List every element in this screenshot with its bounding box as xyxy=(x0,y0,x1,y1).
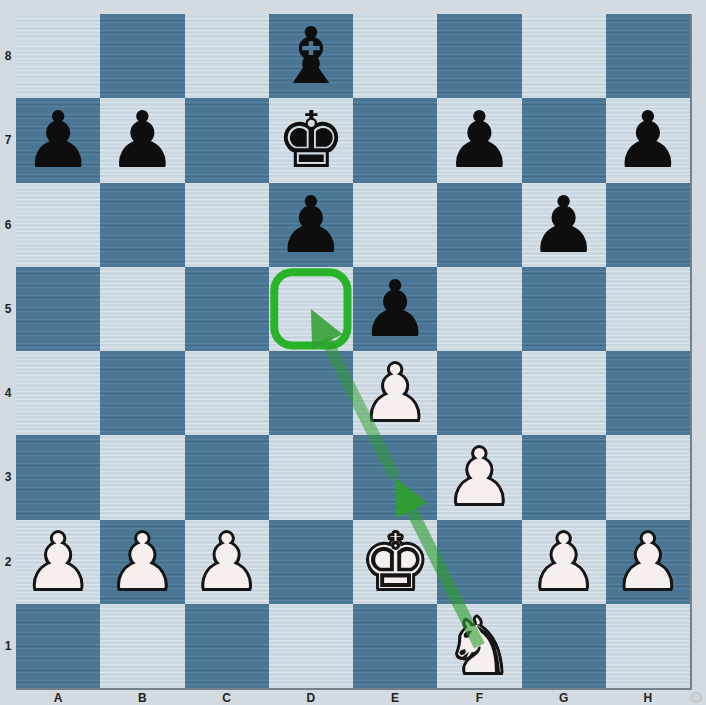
black-pawn-d6[interactable]: ♟ xyxy=(269,183,353,267)
square-g5[interactable] xyxy=(522,267,606,351)
square-f3[interactable]: ♟ xyxy=(437,435,521,519)
square-a5[interactable] xyxy=(16,267,100,351)
square-d6[interactable]: ♟ xyxy=(269,183,353,267)
square-f6[interactable] xyxy=(437,183,521,267)
rank-label-7: 7 xyxy=(0,98,16,182)
chess-board[interactable]: ♝♟♟♚♟♟♟♟♟♟♟♟♟♟♚♟♟♞ xyxy=(16,14,692,690)
square-a8[interactable] xyxy=(16,14,100,98)
square-e8[interactable] xyxy=(353,14,437,98)
square-c6[interactable] xyxy=(185,183,269,267)
file-label-d: D xyxy=(269,690,353,705)
white-pawn-b2[interactable]: ♟ xyxy=(100,520,184,604)
square-c1[interactable] xyxy=(185,604,269,688)
square-g8[interactable] xyxy=(522,14,606,98)
square-g4[interactable] xyxy=(522,351,606,435)
resize-handle-icon[interactable] xyxy=(691,692,702,703)
rank-label-4: 4 xyxy=(0,351,16,435)
square-h6[interactable] xyxy=(606,183,690,267)
black-pawn-g6[interactable]: ♟ xyxy=(522,183,606,267)
square-e1[interactable] xyxy=(353,604,437,688)
rank-label-3: 3 xyxy=(0,435,16,519)
white-pawn-a2[interactable]: ♟ xyxy=(16,520,100,604)
square-h5[interactable] xyxy=(606,267,690,351)
square-d1[interactable] xyxy=(269,604,353,688)
black-pawn-b7[interactable]: ♟ xyxy=(100,98,184,182)
square-d4[interactable] xyxy=(269,351,353,435)
file-label-g: G xyxy=(522,690,606,705)
white-pawn-e4[interactable]: ♟ xyxy=(353,351,437,435)
white-pawn-h2[interactable]: ♟ xyxy=(606,520,690,604)
black-bishop-d8[interactable]: ♝ xyxy=(269,14,353,98)
rank-label-8: 8 xyxy=(0,14,16,98)
square-b5[interactable] xyxy=(100,267,184,351)
black-pawn-f7[interactable]: ♟ xyxy=(437,98,521,182)
square-d8[interactable]: ♝ xyxy=(269,14,353,98)
square-b3[interactable] xyxy=(100,435,184,519)
board-frame: ♝♟♟♚♟♟♟♟♟♟♟♟♟♟♚♟♟♞ 12345678 ABCDEFGH xyxy=(0,0,706,705)
square-f4[interactable] xyxy=(437,351,521,435)
black-pawn-a7[interactable]: ♟ xyxy=(16,98,100,182)
square-e4[interactable]: ♟ xyxy=(353,351,437,435)
square-e6[interactable] xyxy=(353,183,437,267)
square-a1[interactable] xyxy=(16,604,100,688)
square-e7[interactable] xyxy=(353,98,437,182)
square-f5[interactable] xyxy=(437,267,521,351)
black-pawn-e5[interactable]: ♟ xyxy=(353,267,437,351)
square-b6[interactable] xyxy=(100,183,184,267)
square-c4[interactable] xyxy=(185,351,269,435)
square-d7[interactable]: ♚ xyxy=(269,98,353,182)
file-label-b: B xyxy=(100,690,184,705)
square-d2[interactable] xyxy=(269,520,353,604)
file-label-a: A xyxy=(16,690,100,705)
square-d5[interactable] xyxy=(269,267,353,351)
square-f7[interactable]: ♟ xyxy=(437,98,521,182)
square-c3[interactable] xyxy=(185,435,269,519)
square-h2[interactable]: ♟ xyxy=(606,520,690,604)
square-g6[interactable]: ♟ xyxy=(522,183,606,267)
square-h7[interactable]: ♟ xyxy=(606,98,690,182)
file-label-f: F xyxy=(437,690,521,705)
white-king-e2[interactable]: ♚ xyxy=(353,520,437,604)
square-g3[interactable] xyxy=(522,435,606,519)
square-f8[interactable] xyxy=(437,14,521,98)
square-c5[interactable] xyxy=(185,267,269,351)
square-a3[interactable] xyxy=(16,435,100,519)
square-f1[interactable]: ♞ xyxy=(437,604,521,688)
square-h1[interactable] xyxy=(606,604,690,688)
black-king-d7[interactable]: ♚ xyxy=(269,98,353,182)
square-a6[interactable] xyxy=(16,183,100,267)
square-b8[interactable] xyxy=(100,14,184,98)
square-g7[interactable] xyxy=(522,98,606,182)
file-label-e: E xyxy=(353,690,437,705)
square-f2[interactable] xyxy=(437,520,521,604)
file-label-c: C xyxy=(185,690,269,705)
square-c7[interactable] xyxy=(185,98,269,182)
square-e3[interactable] xyxy=(353,435,437,519)
black-pawn-h7[interactable]: ♟ xyxy=(606,98,690,182)
rank-label-5: 5 xyxy=(0,267,16,351)
square-a2[interactable]: ♟ xyxy=(16,520,100,604)
square-b7[interactable]: ♟ xyxy=(100,98,184,182)
white-pawn-g2[interactable]: ♟ xyxy=(522,520,606,604)
square-d3[interactable] xyxy=(269,435,353,519)
square-e5[interactable]: ♟ xyxy=(353,267,437,351)
square-b1[interactable] xyxy=(100,604,184,688)
square-g2[interactable]: ♟ xyxy=(522,520,606,604)
square-c2[interactable]: ♟ xyxy=(185,520,269,604)
rank-label-6: 6 xyxy=(0,183,16,267)
square-b4[interactable] xyxy=(100,351,184,435)
square-a7[interactable]: ♟ xyxy=(16,98,100,182)
white-pawn-f3[interactable]: ♟ xyxy=(437,435,521,519)
rank-label-2: 2 xyxy=(0,520,16,604)
square-a4[interactable] xyxy=(16,351,100,435)
square-h8[interactable] xyxy=(606,14,690,98)
square-e2[interactable]: ♚ xyxy=(353,520,437,604)
square-h4[interactable] xyxy=(606,351,690,435)
square-h3[interactable] xyxy=(606,435,690,519)
white-knight-f1[interactable]: ♞ xyxy=(437,604,521,688)
rank-label-1: 1 xyxy=(0,604,16,688)
white-pawn-c2[interactable]: ♟ xyxy=(185,520,269,604)
square-g1[interactable] xyxy=(522,604,606,688)
square-c8[interactable] xyxy=(185,14,269,98)
square-b2[interactable]: ♟ xyxy=(100,520,184,604)
file-label-h: H xyxy=(606,690,690,705)
